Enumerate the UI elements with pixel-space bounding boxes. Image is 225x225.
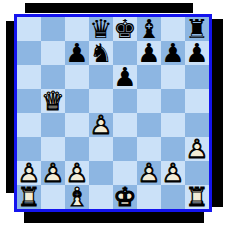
square-h6[interactable] [185,65,209,89]
square-h1[interactable]: ♜♖ [185,185,209,209]
piece-white-king[interactable]: ♚♔ [113,185,137,209]
black-pawn-glyph: ♟ [137,40,160,66]
piece-black-king[interactable]: ♚ [113,17,137,41]
piece-white-pawn[interactable]: ♟♙ [41,161,65,185]
square-b2[interactable]: ♟♙ [41,161,65,185]
white-pawn-outline-glyph: ♙ [161,160,184,186]
square-c4[interactable] [65,113,89,137]
square-c1[interactable]: ♝♗ [65,185,89,209]
piece-black-pawn[interactable]: ♟ [137,41,161,65]
chess-diagram: ♛♚♝♜♟♞♟♟♟♟♛♕♟♙♟♙♟♙♟♙♟♙♟♙♟♙♜♖♝♗♚♔♜♖ [0,0,225,225]
piece-black-pawn[interactable]: ♟ [185,41,209,65]
square-g5[interactable] [161,89,185,113]
square-g1[interactable] [161,185,185,209]
board-shadow-top [25,3,193,13]
board-shadow-left [6,21,14,193]
white-rook-outline-glyph: ♖ [17,184,40,210]
square-f7[interactable]: ♟ [137,41,161,65]
square-g6[interactable] [161,65,185,89]
black-king-glyph: ♚ [113,16,136,42]
square-a8[interactable] [17,17,41,41]
piece-white-pawn[interactable]: ♟♙ [89,113,113,137]
piece-white-queen[interactable]: ♛♕ [41,89,65,113]
square-a4[interactable] [17,113,41,137]
piece-black-pawn[interactable]: ♟ [113,65,137,89]
board-shadow-right [212,19,223,207]
piece-white-rook[interactable]: ♜♖ [185,185,209,209]
piece-white-bishop[interactable]: ♝♗ [65,185,89,209]
square-c7[interactable]: ♟ [65,41,89,65]
square-g2[interactable]: ♟♙ [161,161,185,185]
white-pawn-outline-glyph: ♙ [137,160,160,186]
piece-white-pawn[interactable]: ♟♙ [185,137,209,161]
square-e6[interactable]: ♟ [113,65,137,89]
square-d7[interactable]: ♞ [89,41,113,65]
square-b7[interactable] [41,41,65,65]
square-f5[interactable] [137,89,161,113]
square-f4[interactable] [137,113,161,137]
square-d2[interactable] [89,161,113,185]
piece-black-pawn[interactable]: ♟ [161,41,185,65]
white-pawn-outline-glyph: ♙ [89,112,112,138]
square-g7[interactable]: ♟ [161,41,185,65]
square-f1[interactable] [137,185,161,209]
white-pawn-outline-glyph: ♙ [185,136,208,162]
piece-white-pawn[interactable]: ♟♙ [137,161,161,185]
square-c5[interactable] [65,89,89,113]
white-bishop-outline-glyph: ♗ [65,184,88,210]
chess-board: ♛♚♝♜♟♞♟♟♟♟♛♕♟♙♟♙♟♙♟♙♟♙♟♙♟♙♜♖♝♗♚♔♜♖ [14,14,212,212]
white-rook-outline-glyph: ♖ [185,184,208,210]
square-b4[interactable] [41,113,65,137]
square-h7[interactable]: ♟ [185,41,209,65]
square-c6[interactable] [65,65,89,89]
square-h5[interactable] [185,89,209,113]
square-e3[interactable] [113,137,137,161]
piece-white-rook[interactable]: ♜♖ [17,185,41,209]
white-king-outline-glyph: ♔ [113,184,136,210]
black-knight-glyph: ♞ [89,40,112,66]
square-a1[interactable]: ♜♖ [17,185,41,209]
square-d6[interactable] [89,65,113,89]
square-d4[interactable]: ♟♙ [89,113,113,137]
square-h3[interactable]: ♟♙ [185,137,209,161]
square-d3[interactable] [89,137,113,161]
square-b1[interactable] [41,185,65,209]
square-e8[interactable]: ♚ [113,17,137,41]
square-b8[interactable] [41,17,65,41]
square-e5[interactable] [113,89,137,113]
square-d1[interactable] [89,185,113,209]
white-pawn-outline-glyph: ♙ [41,160,64,186]
square-f6[interactable] [137,65,161,89]
square-a7[interactable] [17,41,41,65]
black-pawn-glyph: ♟ [161,40,184,66]
square-a5[interactable] [17,89,41,113]
white-queen-outline-glyph: ♕ [41,88,64,114]
square-a6[interactable] [17,65,41,89]
piece-white-pawn[interactable]: ♟♙ [161,161,185,185]
square-g4[interactable] [161,113,185,137]
square-f2[interactable]: ♟♙ [137,161,161,185]
piece-black-pawn[interactable]: ♟ [65,41,89,65]
square-b5[interactable]: ♛♕ [41,89,65,113]
square-e4[interactable] [113,113,137,137]
black-pawn-glyph: ♟ [113,64,136,90]
black-pawn-glyph: ♟ [185,40,208,66]
black-pawn-glyph: ♟ [65,40,88,66]
square-e1[interactable]: ♚♔ [113,185,137,209]
piece-black-knight[interactable]: ♞ [89,41,113,65]
